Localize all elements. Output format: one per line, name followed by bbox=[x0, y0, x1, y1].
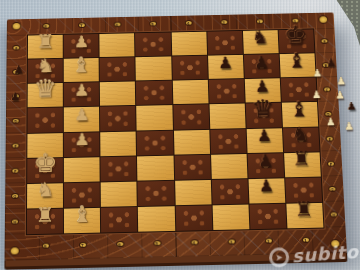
coordinate-label: 4 bbox=[184, 20, 192, 26]
piece-white-pawn-b8: ♟ bbox=[74, 33, 89, 52]
coordinate-label: E bbox=[326, 136, 334, 142]
coordinate-label: H bbox=[11, 219, 19, 225]
piece-black-bishop-h5: ♝ bbox=[289, 97, 309, 121]
piece-white-queen-a6: ♛ bbox=[34, 75, 57, 104]
pieces-layer: ♜♟♞♝♛♟♟♟♚♞♜♝♞♚♟♟♝♟♛♝♟♞♟♜♟♜♟♟♟♟♟♟♟♟♟♟ bbox=[27, 29, 324, 234]
coordinate-label: 3 bbox=[227, 238, 235, 244]
piece-white-pawn-b4: ♟ bbox=[75, 130, 90, 149]
coordinate-label: F bbox=[327, 161, 335, 167]
coordinate-label: D bbox=[324, 111, 332, 117]
loose-mini-piece-cream: ♟ bbox=[344, 120, 354, 133]
piece-white-knight-a2: ♞ bbox=[37, 178, 55, 202]
coordinate-label: 1 bbox=[301, 237, 309, 243]
coordinate-label: F bbox=[11, 168, 19, 174]
coordinate-label: 5 bbox=[153, 240, 161, 246]
coordinate-label: H bbox=[330, 211, 338, 217]
piece-black-pawn-g6: ♟ bbox=[254, 77, 270, 96]
coordinate-label: G bbox=[11, 193, 19, 199]
coordinate-label: 1 bbox=[291, 18, 299, 24]
piece-black-pawn-g3: ♟ bbox=[257, 151, 273, 171]
piece-black-bishop-h7: ♝ bbox=[287, 48, 307, 72]
loose-mini-piece-darkmini: ♟ bbox=[346, 101, 356, 113]
coordinate-label: 5 bbox=[149, 21, 157, 27]
piece-white-pawn-b6: ♟ bbox=[74, 81, 89, 100]
coordinate-label: D bbox=[12, 118, 20, 124]
piece-black-queen-g5: ♛ bbox=[251, 94, 275, 123]
piece-white-pawn-b5: ♟ bbox=[74, 105, 89, 124]
coordinate-label: 8 bbox=[41, 243, 49, 249]
piece-black-pawn-g7: ♟ bbox=[253, 53, 269, 72]
coordinate-label: B bbox=[12, 69, 20, 75]
chess-board: 88AA77BB66CC55DD44EE33FF22GG11HH ♜♟♞♝♛♟♟… bbox=[5, 12, 347, 260]
piece-black-rook-h3: ♜ bbox=[292, 147, 312, 171]
piece-white-rook-a1: ♜ bbox=[36, 203, 55, 227]
piece-black-pawn-f7: ♟ bbox=[218, 53, 233, 72]
coordinate-label: 2 bbox=[255, 19, 263, 25]
piece-white-king-a3: ♚ bbox=[34, 148, 58, 178]
piece-black-pawn-g2: ♟ bbox=[258, 176, 274, 196]
subito-logo-icon: ➤ bbox=[269, 246, 290, 267]
coordinate-label: B bbox=[322, 62, 330, 68]
coordinate-label: 2 bbox=[264, 238, 272, 244]
coordinate-label: C bbox=[12, 93, 20, 99]
coordinate-label: 6 bbox=[116, 241, 124, 247]
coordinate-label: E bbox=[12, 143, 20, 149]
coordinate-label: 8 bbox=[42, 23, 50, 29]
photo-scene: 88AA77BB66CC55DD44EE33FF22GG11HH ♜♟♞♝♛♟♟… bbox=[0, 0, 360, 270]
coordinate-label bbox=[318, 15, 328, 23]
piece-white-bishop-b1: ♝ bbox=[73, 202, 93, 227]
coordinate-label: 3 bbox=[220, 19, 228, 25]
coordinate-label: 7 bbox=[78, 22, 86, 28]
piece-black-rook-h1: ♜ bbox=[294, 197, 314, 221]
watermark-text: subito bbox=[292, 241, 360, 267]
coordinate-label bbox=[12, 22, 22, 30]
coordinate-label: 6 bbox=[113, 22, 121, 28]
coordinate-label: 4 bbox=[190, 239, 198, 245]
coordinate-label: C bbox=[323, 87, 331, 93]
coordinate-label: A bbox=[320, 38, 328, 44]
coordinate-label: 7 bbox=[79, 242, 87, 248]
piece-black-pawn-g4: ♟ bbox=[256, 126, 272, 145]
piece-white-bishop-b7: ♝ bbox=[72, 53, 91, 77]
coordinate-label: G bbox=[328, 186, 336, 192]
coordinate-label bbox=[10, 246, 20, 255]
coordinate-label: A bbox=[12, 45, 20, 51]
piece-white-knight-a7: ♞ bbox=[37, 55, 54, 78]
piece-black-knight-h4: ♞ bbox=[291, 122, 310, 145]
